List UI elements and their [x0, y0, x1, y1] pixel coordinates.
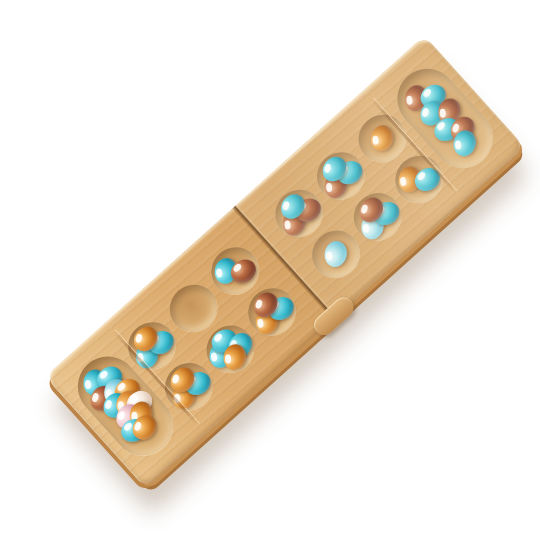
stone-lightblue: [322, 239, 349, 269]
stone-amber: [368, 123, 395, 153]
board-half-right-shade: [235, 36, 525, 318]
product-photo-scene: [0, 0, 540, 540]
hinge-latch: [310, 293, 358, 339]
mancala-board: [45, 36, 524, 489]
